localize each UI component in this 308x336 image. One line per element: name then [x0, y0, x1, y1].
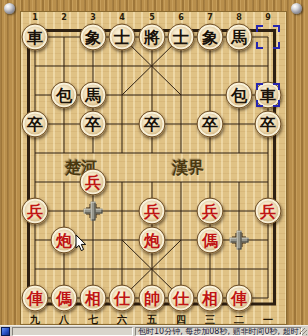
piece-black-soldier[interactable]: 卒: [139, 111, 166, 138]
last-move-cross-marker: [84, 202, 103, 221]
piece-red-horse[interactable]: 傌: [197, 227, 224, 254]
piece-red-horse[interactable]: 傌: [51, 285, 78, 312]
piece-black-horse[interactable]: 馬: [80, 82, 107, 109]
piece-red-soldier[interactable]: 兵: [22, 198, 49, 225]
resize-grip[interactable]: [300, 328, 307, 335]
piece-red-soldier[interactable]: 兵: [197, 198, 224, 225]
piece-black-advisor[interactable]: 士: [168, 24, 195, 51]
piece-red-general[interactable]: 帥: [139, 285, 166, 312]
piece-red-soldier[interactable]: 兵: [80, 169, 107, 196]
piece-red-cannon[interactable]: 炮: [139, 227, 166, 254]
top-file-label: 9: [265, 13, 271, 22]
piece-black-cannon[interactable]: 包: [51, 82, 78, 109]
piece-red-elephant[interactable]: 相: [197, 285, 224, 312]
top-file-label: 3: [90, 13, 96, 22]
piece-red-advisor[interactable]: 仕: [109, 285, 136, 312]
last-move-cross-marker: [230, 231, 249, 250]
river-text-right: 漢界: [172, 158, 236, 179]
status-bar: 包时10分钟, 每步加08秒, 赔非时间0秒, 超时1秒 读秒1秒: [0, 325, 308, 336]
status-app-icon[interactable]: [1, 327, 10, 336]
piece-red-soldier[interactable]: 兵: [255, 198, 282, 225]
top-file-label: 6: [178, 13, 184, 22]
piece-black-general[interactable]: 將: [139, 24, 166, 51]
status-cell-empty: [12, 327, 133, 336]
xiangqi-app-window: 123456789 九八七六五四三二一 楚河 漢界 車象士將士象馬包馬包車卒卒卒…: [0, 0, 308, 336]
top-file-label: 4: [119, 13, 125, 22]
piece-red-chariot[interactable]: 俥: [226, 285, 253, 312]
status-cell-timing: 包时10分钟, 每步加08秒, 赔非时间0秒, 超时1秒 读秒1秒: [135, 327, 302, 336]
top-file-label: 8: [236, 13, 242, 22]
mouse-cursor-icon: [75, 234, 87, 252]
piece-black-horse[interactable]: 馬: [226, 24, 253, 51]
piece-red-chariot[interactable]: 俥: [22, 285, 49, 312]
piece-black-cannon[interactable]: 包: [226, 82, 253, 109]
piece-black-soldier[interactable]: 卒: [255, 111, 282, 138]
xiangqi-board[interactable]: 123456789 九八七六五四三二一 楚河 漢界 車象士將士象馬包馬包車卒卒卒…: [0, 0, 308, 336]
last-move-bracket-marker: [256, 25, 280, 49]
piece-red-soldier[interactable]: 兵: [139, 198, 166, 225]
piece-black-chariot[interactable]: 車: [22, 24, 49, 51]
piece-black-elephant[interactable]: 象: [80, 24, 107, 51]
top-file-label: 1: [32, 13, 38, 22]
piece-red-elephant[interactable]: 相: [80, 285, 107, 312]
top-file-label: 2: [61, 13, 67, 22]
last-move-bracket-marker: [256, 83, 280, 107]
piece-black-elephant[interactable]: 象: [197, 24, 224, 51]
piece-red-cannon[interactable]: 炮: [51, 227, 78, 254]
top-file-label: 5: [149, 13, 155, 22]
top-file-label: 7: [207, 13, 213, 22]
piece-black-soldier[interactable]: 卒: [197, 111, 224, 138]
status-timing-text: 包时10分钟, 每步加08秒, 赔非时间0秒, 超时1秒 读秒1秒: [138, 328, 302, 336]
piece-black-soldier[interactable]: 卒: [22, 111, 49, 138]
piece-red-advisor[interactable]: 仕: [168, 285, 195, 312]
piece-black-advisor[interactable]: 士: [109, 24, 136, 51]
piece-black-soldier[interactable]: 卒: [80, 111, 107, 138]
